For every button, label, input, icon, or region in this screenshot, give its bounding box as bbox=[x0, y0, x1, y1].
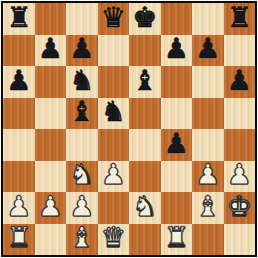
square-d2[interactable] bbox=[98, 192, 130, 224]
square-e4[interactable] bbox=[129, 129, 161, 161]
square-a5[interactable] bbox=[3, 98, 35, 130]
square-b6[interactable] bbox=[35, 66, 67, 98]
square-c8[interactable] bbox=[66, 3, 98, 35]
square-g2[interactable]: ♝ bbox=[192, 192, 224, 224]
piece-white-rook[interactable]: ♜ bbox=[164, 224, 189, 252]
square-a6[interactable]: ♟ bbox=[3, 66, 35, 98]
piece-black-bishop[interactable]: ♝ bbox=[132, 67, 157, 95]
square-f1[interactable]: ♜ bbox=[161, 224, 193, 256]
square-f6[interactable] bbox=[161, 66, 193, 98]
piece-black-pawn[interactable]: ♟ bbox=[164, 35, 189, 63]
piece-white-knight[interactable]: ♞ bbox=[132, 193, 157, 221]
chess-board-frame: ♜♛♚♜♟♟♟♟♟♞♝♟♝♞♟♞♟♟♟♟♟♟♞♝♚♜♝♛♜ bbox=[0, 0, 258, 258]
square-h6[interactable]: ♟ bbox=[224, 66, 256, 98]
square-g1[interactable] bbox=[192, 224, 224, 256]
square-g4[interactable] bbox=[192, 129, 224, 161]
piece-white-pawn[interactable]: ♟ bbox=[195, 161, 220, 189]
square-h4[interactable] bbox=[224, 129, 256, 161]
square-f5[interactable] bbox=[161, 98, 193, 130]
square-a7[interactable] bbox=[3, 35, 35, 67]
square-g8[interactable] bbox=[192, 3, 224, 35]
square-e1[interactable] bbox=[129, 224, 161, 256]
piece-white-pawn[interactable]: ♟ bbox=[227, 161, 252, 189]
square-c1[interactable]: ♝ bbox=[66, 224, 98, 256]
square-c5[interactable]: ♝ bbox=[66, 98, 98, 130]
square-g5[interactable] bbox=[192, 98, 224, 130]
square-c3[interactable]: ♞ bbox=[66, 161, 98, 193]
piece-white-bishop[interactable]: ♝ bbox=[69, 224, 94, 252]
square-e2[interactable]: ♞ bbox=[129, 192, 161, 224]
square-e8[interactable]: ♚ bbox=[129, 3, 161, 35]
square-e3[interactable] bbox=[129, 161, 161, 193]
square-e6[interactable]: ♝ bbox=[129, 66, 161, 98]
piece-black-knight[interactable]: ♞ bbox=[69, 67, 94, 95]
square-f2[interactable] bbox=[161, 192, 193, 224]
square-g6[interactable] bbox=[192, 66, 224, 98]
square-d7[interactable] bbox=[98, 35, 130, 67]
piece-black-bishop[interactable]: ♝ bbox=[69, 98, 94, 126]
square-f7[interactable]: ♟ bbox=[161, 35, 193, 67]
piece-white-king[interactable]: ♚ bbox=[227, 193, 252, 221]
piece-white-rook[interactable]: ♜ bbox=[6, 224, 31, 252]
square-h7[interactable] bbox=[224, 35, 256, 67]
square-f3[interactable] bbox=[161, 161, 193, 193]
square-a2[interactable]: ♟ bbox=[3, 192, 35, 224]
piece-black-queen[interactable]: ♛ bbox=[101, 4, 126, 32]
square-d5[interactable]: ♞ bbox=[98, 98, 130, 130]
board-border: ♜♛♚♜♟♟♟♟♟♞♝♟♝♞♟♞♟♟♟♟♟♟♞♝♚♜♝♛♜ bbox=[1, 1, 257, 257]
piece-white-queen[interactable]: ♛ bbox=[101, 224, 126, 252]
square-a8[interactable]: ♜ bbox=[3, 3, 35, 35]
chess-board: ♜♛♚♜♟♟♟♟♟♞♝♟♝♞♟♞♟♟♟♟♟♟♞♝♚♜♝♛♜ bbox=[3, 3, 255, 255]
piece-white-pawn[interactable]: ♟ bbox=[38, 193, 63, 221]
square-c2[interactable]: ♟ bbox=[66, 192, 98, 224]
piece-black-pawn[interactable]: ♟ bbox=[38, 35, 63, 63]
square-g3[interactable]: ♟ bbox=[192, 161, 224, 193]
square-a3[interactable] bbox=[3, 161, 35, 193]
square-e7[interactable] bbox=[129, 35, 161, 67]
piece-black-rook[interactable]: ♜ bbox=[227, 4, 252, 32]
square-b3[interactable] bbox=[35, 161, 67, 193]
square-d4[interactable] bbox=[98, 129, 130, 161]
piece-black-knight[interactable]: ♞ bbox=[101, 98, 126, 126]
square-a1[interactable]: ♜ bbox=[3, 224, 35, 256]
square-g7[interactable]: ♟ bbox=[192, 35, 224, 67]
square-h3[interactable]: ♟ bbox=[224, 161, 256, 193]
square-b4[interactable] bbox=[35, 129, 67, 161]
piece-white-knight[interactable]: ♞ bbox=[69, 161, 94, 189]
piece-white-bishop[interactable]: ♝ bbox=[195, 193, 220, 221]
piece-black-rook[interactable]: ♜ bbox=[6, 4, 31, 32]
square-d3[interactable]: ♟ bbox=[98, 161, 130, 193]
square-f4[interactable]: ♟ bbox=[161, 129, 193, 161]
square-h1[interactable] bbox=[224, 224, 256, 256]
piece-white-pawn[interactable]: ♟ bbox=[101, 161, 126, 189]
square-d8[interactable]: ♛ bbox=[98, 3, 130, 35]
square-h2[interactable]: ♚ bbox=[224, 192, 256, 224]
square-b2[interactable]: ♟ bbox=[35, 192, 67, 224]
square-e5[interactable] bbox=[129, 98, 161, 130]
square-c4[interactable] bbox=[66, 129, 98, 161]
square-c7[interactable]: ♟ bbox=[66, 35, 98, 67]
square-b5[interactable] bbox=[35, 98, 67, 130]
piece-white-pawn[interactable]: ♟ bbox=[69, 193, 94, 221]
square-h8[interactable]: ♜ bbox=[224, 3, 256, 35]
square-c6[interactable]: ♞ bbox=[66, 66, 98, 98]
square-b8[interactable] bbox=[35, 3, 67, 35]
piece-black-pawn[interactable]: ♟ bbox=[6, 67, 31, 95]
square-d6[interactable] bbox=[98, 66, 130, 98]
square-h5[interactable] bbox=[224, 98, 256, 130]
piece-black-pawn[interactable]: ♟ bbox=[195, 35, 220, 63]
piece-black-pawn[interactable]: ♟ bbox=[227, 67, 252, 95]
piece-black-king[interactable]: ♚ bbox=[132, 4, 157, 32]
square-a4[interactable] bbox=[3, 129, 35, 161]
piece-white-pawn[interactable]: ♟ bbox=[6, 193, 31, 221]
piece-black-pawn[interactable]: ♟ bbox=[69, 35, 94, 63]
piece-black-pawn[interactable]: ♟ bbox=[164, 130, 189, 158]
square-d1[interactable]: ♛ bbox=[98, 224, 130, 256]
square-f8[interactable] bbox=[161, 3, 193, 35]
square-b7[interactable]: ♟ bbox=[35, 35, 67, 67]
square-b1[interactable] bbox=[35, 224, 67, 256]
